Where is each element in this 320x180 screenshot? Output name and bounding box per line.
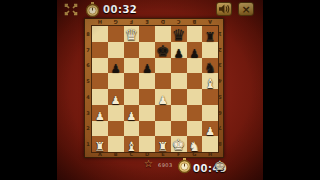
file-label: B (108, 151, 124, 157)
square-a2[interactable] (92, 121, 108, 137)
square-f6[interactable] (171, 58, 187, 74)
piece-white-knight-g1[interactable]: ♞ (187, 136, 203, 152)
square-f3[interactable] (171, 105, 187, 121)
square-a7[interactable] (92, 42, 108, 58)
rank-label: 1 (217, 26, 223, 42)
rank-label: 8 (217, 136, 223, 152)
rank-label: 8 (85, 26, 91, 42)
piece-white-pawn-b4[interactable]: ♟ (108, 89, 124, 105)
square-c4[interactable] (124, 89, 140, 105)
file-label: G (108, 19, 124, 25)
square-a5[interactable] (92, 73, 108, 89)
square-g4[interactable] (187, 89, 203, 105)
close-icon: × (241, 3, 250, 16)
square-f4[interactable] (171, 89, 187, 105)
stopwatch-icon-bottom (176, 157, 193, 174)
square-g2[interactable] (187, 121, 203, 137)
square-e6[interactable] (155, 58, 171, 74)
square-c7[interactable] (124, 42, 140, 58)
rank-label: 7 (85, 42, 91, 58)
square-b3[interactable] (108, 105, 124, 121)
rank-label: 5 (85, 73, 91, 89)
square-g6[interactable] (187, 58, 203, 74)
score-text: 6903 (158, 162, 173, 168)
square-e2[interactable] (155, 121, 171, 137)
square-d7[interactable] (139, 42, 155, 58)
square-f2[interactable] (171, 121, 187, 137)
square-h4[interactable] (202, 89, 218, 105)
square-b5[interactable] (108, 73, 124, 89)
square-d2[interactable] (139, 121, 155, 137)
piece-black-knight-h6[interactable]: ♞ (202, 58, 218, 74)
square-f5[interactable] (171, 73, 187, 89)
square-h7[interactable] (202, 42, 218, 58)
chess-board-frame: ♛♛♜♚♟♟♟♟♞♝♟♟♟♟♟♜♝♜♚♞ ABCDEFGH ABCDEFGH 8… (84, 18, 224, 158)
square-g3[interactable] (187, 105, 203, 121)
rank-label: 2 (217, 42, 223, 58)
piece-white-king-f1[interactable]: ♚ (171, 136, 187, 152)
square-h3[interactable] (202, 105, 218, 121)
square-d5[interactable] (139, 73, 155, 89)
speaker-icon (219, 4, 230, 14)
square-b8[interactable] (108, 26, 124, 42)
close-button[interactable]: × (238, 2, 254, 16)
square-b7[interactable] (108, 42, 124, 58)
square-e3[interactable] (155, 105, 171, 121)
square-g5[interactable] (187, 73, 203, 89)
fullscreen-icon[interactable] (64, 3, 78, 16)
square-h1[interactable] (202, 136, 218, 152)
file-label: E (139, 19, 155, 25)
piece-black-pawn-d6[interactable]: ♟ (139, 58, 155, 74)
square-a8[interactable] (92, 26, 108, 42)
piece-white-bishop-h5[interactable]: ♝ (202, 73, 218, 89)
square-c5[interactable] (124, 73, 140, 89)
game-area: 00:32 × ♛♛♜♚♟♟♟♟♞♝♟♟♟♟♟♜♝♜♚♞ ABCDEFGH AB… (57, 0, 263, 180)
app-window: 00:32 × ♛♛♜♚♟♟♟♟♞♝♟♟♟♟♟♜♝♜♚♞ ABCDEFGH AB… (0, 0, 320, 180)
rank-label: 3 (217, 58, 223, 74)
file-label: C (171, 19, 187, 25)
file-labels-top: ABCDEFGH (92, 19, 218, 25)
rank-label: 7 (217, 121, 223, 137)
piece-white-pawn-c3[interactable]: ♟ (124, 105, 140, 121)
file-label: D (155, 19, 171, 25)
rank-label: 4 (217, 73, 223, 89)
rank-label: 6 (217, 105, 223, 121)
piece-black-rook-h8[interactable]: ♜ (202, 26, 218, 42)
square-c6[interactable] (124, 58, 140, 74)
square-d8[interactable] (139, 26, 155, 42)
white-player-piece-icon: ♚ (214, 159, 226, 172)
piece-black-pawn-g7[interactable]: ♟ (187, 42, 203, 58)
file-label: A (92, 151, 108, 157)
piece-white-rook-a1[interactable]: ♜ (92, 136, 108, 152)
square-c2[interactable] (124, 121, 140, 137)
piece-white-bishop-c1[interactable]: ♝ (124, 136, 140, 152)
square-g8[interactable] (187, 26, 203, 42)
rank-labels-right: 87654321 (217, 26, 223, 152)
square-d4[interactable] (139, 89, 155, 105)
rank-label: 4 (85, 89, 91, 105)
stopwatch-icon-top (84, 1, 101, 18)
star-icon[interactable]: ☆ (144, 158, 153, 169)
piece-white-rook-e1[interactable]: ♜ (155, 136, 171, 152)
rank-label: 2 (85, 121, 91, 137)
rank-label: 1 (85, 136, 91, 152)
file-label: F (124, 19, 140, 25)
square-a6[interactable] (92, 58, 108, 74)
file-label: E (155, 151, 171, 157)
file-labels-bottom: ABCDEFGH (92, 151, 218, 157)
square-a4[interactable] (92, 89, 108, 105)
square-e5[interactable] (155, 73, 171, 89)
file-label: D (139, 151, 155, 157)
sound-button[interactable] (216, 2, 232, 16)
piece-black-pawn-f7[interactable]: ♟ (171, 42, 187, 58)
rank-label: 6 (85, 58, 91, 74)
rank-labels-left: 87654321 (85, 26, 91, 152)
piece-white-pawn-a3[interactable]: ♟ (92, 105, 108, 121)
square-d3[interactable] (139, 105, 155, 121)
rank-label: 5 (217, 89, 223, 105)
square-e8[interactable] (155, 26, 171, 42)
piece-white-queen-c8[interactable]: ♛ (124, 26, 140, 42)
square-d1[interactable] (139, 136, 155, 152)
file-label: H (92, 19, 108, 25)
file-label: H (202, 151, 218, 157)
square-b2[interactable] (108, 121, 124, 137)
file-label: B (187, 19, 203, 25)
square-b1[interactable] (108, 136, 124, 152)
piece-black-queen-f8[interactable]: ♛ (171, 26, 187, 42)
piece-black-pawn-b6[interactable]: ♟ (108, 58, 124, 74)
piece-white-pawn-h2[interactable]: ♟ (202, 121, 218, 137)
rank-label: 3 (85, 105, 91, 121)
file-label: A (202, 19, 218, 25)
black-timer: 00:32 (103, 4, 137, 15)
piece-black-king-e7[interactable]: ♚ (155, 42, 171, 58)
file-label: C (124, 151, 140, 157)
piece-white-pawn-e4[interactable]: ♟ (155, 89, 171, 105)
